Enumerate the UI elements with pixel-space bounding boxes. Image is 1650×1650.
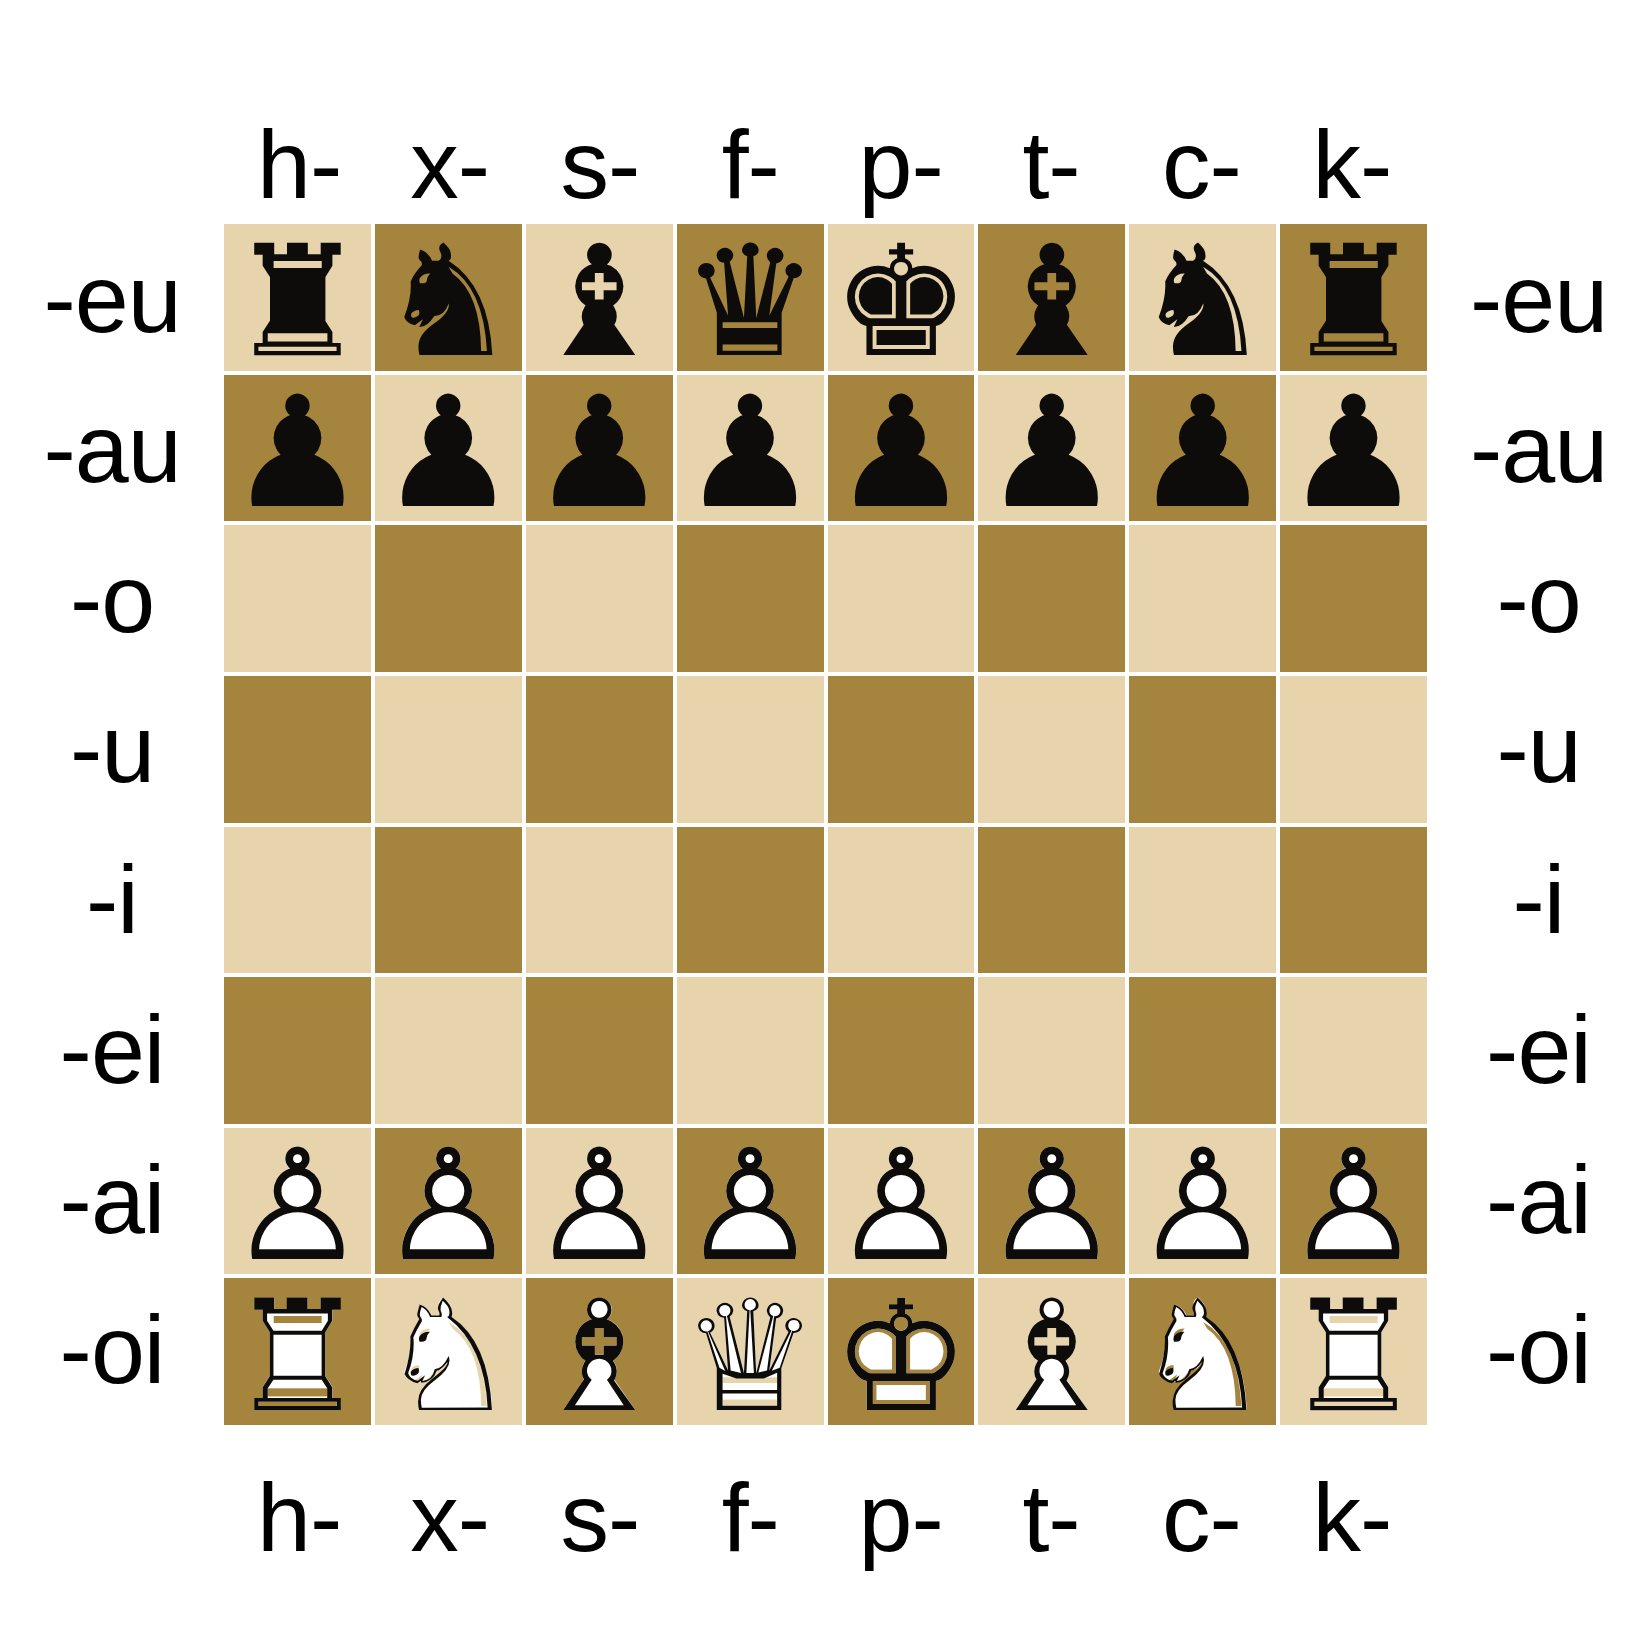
file-labels-top: h-x-s-f-p-t-c-k- (224, 109, 1427, 207)
piece-outline-layer: ♘ (1129, 1283, 1276, 1430)
file-label-top-c-: c- (1126, 109, 1276, 221)
file-label-bottom-t-: t- (976, 1462, 1126, 1574)
piece-glyph: ♚ (828, 229, 975, 376)
white-pawn[interactable]: ♟♙ (978, 1128, 1125, 1275)
rank-label-left--au: -au (0, 374, 224, 524)
square-p--au[interactable]: ♟ (828, 375, 975, 522)
square-k--oi[interactable]: ♜♖ (1280, 1278, 1427, 1425)
file-label-bottom-k-: k- (1277, 1462, 1427, 1574)
square-k--i[interactable] (1280, 827, 1427, 974)
rank-label-right--u: -u (1427, 674, 1650, 824)
square-p--i[interactable] (828, 827, 975, 974)
square-k--au[interactable]: ♟ (1280, 375, 1427, 522)
rank-labels-left: -eu-au-o-u-i-ei-ai-oi (0, 224, 224, 1425)
rank-label-left--ei: -ei (0, 975, 224, 1125)
file-label-bottom-f-: f- (675, 1462, 825, 1574)
rank-label-right--ei: -ei (1427, 975, 1650, 1125)
square-p--ai[interactable]: ♟♙ (828, 1128, 975, 1275)
square-s--ai[interactable]: ♟♙ (526, 1128, 673, 1275)
piece-outline-layer: ♙ (1280, 1133, 1427, 1280)
piece-outline-layer: ♕ (677, 1283, 824, 1430)
square-x--oi[interactable]: ♞♘ (375, 1278, 522, 1425)
file-label-bottom-h-: h- (224, 1462, 374, 1574)
black-rook[interactable]: ♜ (224, 224, 371, 371)
square-t--u[interactable] (978, 676, 1125, 823)
piece-glyph: ♟ (828, 380, 975, 527)
rank-label-left--i: -i (0, 825, 224, 975)
piece-outline-layer: ♙ (1129, 1133, 1276, 1280)
square-p--oi[interactable]: ♚♔ (828, 1278, 975, 1425)
piece-outline-layer: ♙ (526, 1133, 673, 1280)
piece-glyph: ♛ (677, 229, 824, 376)
square-x--eu[interactable]: ♞ (375, 224, 522, 371)
square-t--oi[interactable]: ♝♗ (978, 1278, 1125, 1425)
square-h--au[interactable]: ♟ (224, 375, 371, 522)
piece-glyph: ♞ (1129, 229, 1276, 376)
square-t--au[interactable]: ♟ (978, 375, 1125, 522)
piece-glyph: ♟ (1280, 380, 1427, 527)
square-c--o[interactable] (1129, 525, 1276, 672)
file-label-bottom-x-: x- (374, 1462, 524, 1574)
piece-glyph: ♟ (526, 380, 673, 527)
piece-glyph: ♝ (526, 229, 673, 376)
piece-outline-layer: ♘ (375, 1283, 522, 1430)
square-k--eu[interactable]: ♜ (1280, 224, 1427, 371)
square-f--ei[interactable] (677, 977, 824, 1124)
square-f--au[interactable]: ♟ (677, 375, 824, 522)
square-c--oi[interactable]: ♞♘ (1129, 1278, 1276, 1425)
piece-outline-layer: ♙ (375, 1133, 522, 1280)
square-x--ei[interactable] (375, 977, 522, 1124)
piece-glyph: ♟ (224, 380, 371, 527)
white-bishop[interactable]: ♝♗ (978, 1278, 1125, 1425)
square-c--ai[interactable]: ♟♙ (1129, 1128, 1276, 1275)
piece-outline-layer: ♗ (526, 1283, 673, 1430)
black-king[interactable]: ♚ (828, 224, 975, 371)
white-pawn[interactable]: ♟♙ (224, 1128, 371, 1275)
square-h--o[interactable] (224, 525, 371, 672)
rank-label-left--oi: -oi (0, 1275, 224, 1425)
white-knight[interactable]: ♞♘ (1129, 1278, 1276, 1425)
square-s--ei[interactable] (526, 977, 673, 1124)
black-pawn[interactable]: ♟ (978, 375, 1125, 522)
square-s--i[interactable] (526, 827, 673, 974)
square-f--eu[interactable]: ♛ (677, 224, 824, 371)
white-rook[interactable]: ♜♖ (224, 1278, 371, 1425)
piece-outline-layer: ♗ (978, 1283, 1125, 1430)
black-pawn[interactable]: ♟ (224, 375, 371, 522)
square-h--ai[interactable]: ♟♙ (224, 1128, 371, 1275)
file-label-top-t-: t- (976, 109, 1126, 221)
black-knight[interactable]: ♞ (375, 224, 522, 371)
square-s--eu[interactable]: ♝ (526, 224, 673, 371)
square-h--i[interactable] (224, 827, 371, 974)
square-t--ai[interactable]: ♟♙ (978, 1128, 1125, 1275)
white-knight[interactable]: ♞♘ (375, 1278, 522, 1425)
square-c--ei[interactable] (1129, 977, 1276, 1124)
white-pawn[interactable]: ♟♙ (375, 1128, 522, 1275)
piece-glyph: ♟ (978, 380, 1125, 527)
square-x--i[interactable] (375, 827, 522, 974)
square-f--oi[interactable]: ♛♕ (677, 1278, 824, 1425)
square-p--u[interactable] (828, 676, 975, 823)
white-pawn[interactable]: ♟♙ (828, 1128, 975, 1275)
black-bishop[interactable]: ♝ (526, 224, 673, 371)
rank-label-right--o: -o (1427, 524, 1650, 674)
square-s--o[interactable] (526, 525, 673, 672)
square-p--ei[interactable] (828, 977, 975, 1124)
file-label-bottom-p-: p- (826, 1462, 976, 1574)
piece-glyph: ♞ (375, 229, 522, 376)
piece-outline-layer: ♖ (224, 1283, 371, 1430)
white-pawn[interactable]: ♟♙ (1129, 1128, 1276, 1275)
white-rook[interactable]: ♜♖ (1280, 1278, 1427, 1425)
white-queen[interactable]: ♛♕ (677, 1278, 824, 1425)
piece-glyph: ♜ (224, 229, 371, 376)
square-f--i[interactable] (677, 827, 824, 974)
square-t--i[interactable] (978, 827, 1125, 974)
file-label-top-h-: h- (224, 109, 374, 221)
rank-label-right--au: -au (1427, 374, 1650, 524)
black-pawn[interactable]: ♟ (526, 375, 673, 522)
file-label-bottom-c-: c- (1126, 1462, 1276, 1574)
square-x--au[interactable]: ♟ (375, 375, 522, 522)
square-p--eu[interactable]: ♚ (828, 224, 975, 371)
rank-label-left--ai: -ai (0, 1125, 224, 1275)
white-pawn[interactable]: ♟♙ (1280, 1128, 1427, 1275)
square-h--eu[interactable]: ♜ (224, 224, 371, 371)
white-king[interactable]: ♚♔ (828, 1278, 975, 1425)
piece-outline-layer: ♖ (1280, 1283, 1427, 1430)
piece-outline-layer: ♙ (828, 1133, 975, 1280)
square-k--ai[interactable]: ♟♙ (1280, 1128, 1427, 1275)
file-label-bottom-s-: s- (525, 1462, 675, 1574)
square-p--o[interactable] (828, 525, 975, 672)
chess-board: ♜♞♝♛♚♝♞♜♟♟♟♟♟♟♟♟♟♙♟♙♟♙♟♙♟♙♟♙♟♙♟♙♜♖♞♘♝♗♛♕… (224, 224, 1427, 1425)
rank-label-left--o: -o (0, 524, 224, 674)
square-f--o[interactable] (677, 525, 824, 672)
square-t--o[interactable] (978, 525, 1125, 672)
square-c--eu[interactable]: ♞ (1129, 224, 1276, 371)
rank-label-right--i: -i (1427, 825, 1650, 975)
piece-glyph: ♟ (677, 380, 824, 527)
square-s--au[interactable]: ♟ (526, 375, 673, 522)
rank-label-left--u: -u (0, 674, 224, 824)
rank-label-right--ai: -ai (1427, 1125, 1650, 1275)
square-x--ai[interactable]: ♟♙ (375, 1128, 522, 1275)
black-pawn[interactable]: ♟ (1129, 375, 1276, 522)
square-x--u[interactable] (375, 676, 522, 823)
file-labels-bottom: h-x-s-f-p-t-c-k- (224, 1462, 1427, 1560)
rank-label-right--oi: -oi (1427, 1275, 1650, 1425)
piece-outline-layer: ♙ (677, 1133, 824, 1280)
black-knight[interactable]: ♞ (1129, 224, 1276, 371)
white-pawn[interactable]: ♟♙ (526, 1128, 673, 1275)
square-k--ei[interactable] (1280, 977, 1427, 1124)
square-c--au[interactable]: ♟ (1129, 375, 1276, 522)
white-bishop[interactable]: ♝♗ (526, 1278, 673, 1425)
piece-glyph: ♝ (978, 229, 1125, 376)
rank-labels-right: -eu-au-o-u-i-ei-ai-oi (1427, 224, 1650, 1425)
rank-label-right--eu: -eu (1427, 224, 1650, 374)
square-k--o[interactable] (1280, 525, 1427, 672)
square-h--ei[interactable] (224, 977, 371, 1124)
file-label-top-s-: s- (525, 109, 675, 221)
square-s--oi[interactable]: ♝♗ (526, 1278, 673, 1425)
black-pawn[interactable]: ♟ (1280, 375, 1427, 522)
file-label-top-p-: p- (826, 109, 976, 221)
file-label-top-k-: k- (1277, 109, 1427, 221)
piece-glyph: ♟ (1129, 380, 1276, 527)
piece-glyph: ♜ (1280, 229, 1427, 376)
black-queen[interactable]: ♛ (677, 224, 824, 371)
black-pawn[interactable]: ♟ (828, 375, 975, 522)
square-x--o[interactable] (375, 525, 522, 672)
square-f--ai[interactable]: ♟♙ (677, 1128, 824, 1275)
piece-outline-layer: ♔ (828, 1283, 975, 1430)
piece-outline-layer: ♙ (978, 1133, 1125, 1280)
white-pawn[interactable]: ♟♙ (677, 1128, 824, 1275)
square-h--u[interactable] (224, 676, 371, 823)
file-label-top-f-: f- (675, 109, 825, 221)
black-pawn[interactable]: ♟ (375, 375, 522, 522)
black-pawn[interactable]: ♟ (677, 375, 824, 522)
black-bishop[interactable]: ♝ (978, 224, 1125, 371)
piece-outline-layer: ♙ (224, 1133, 371, 1280)
square-c--u[interactable] (1129, 676, 1276, 823)
square-s--u[interactable] (526, 676, 673, 823)
chess-app-page: h-x-s-f-p-t-c-k- -eu-au-o-u-i-ei-ai-oi ♜… (0, 0, 1650, 1650)
square-c--i[interactable] (1129, 827, 1276, 974)
square-t--ei[interactable] (978, 977, 1125, 1124)
square-t--eu[interactable]: ♝ (978, 224, 1125, 371)
file-label-top-x-: x- (374, 109, 524, 221)
square-k--u[interactable] (1280, 676, 1427, 823)
rank-label-left--eu: -eu (0, 224, 224, 374)
piece-glyph: ♟ (375, 380, 522, 527)
square-h--oi[interactable]: ♜♖ (224, 1278, 371, 1425)
black-rook[interactable]: ♜ (1280, 224, 1427, 371)
square-f--u[interactable] (677, 676, 824, 823)
